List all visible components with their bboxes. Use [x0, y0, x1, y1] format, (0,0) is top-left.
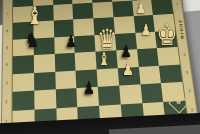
piece-white-bishop-e4[interactable]: ♝: [98, 49, 111, 67]
piece-white-pawn-f4[interactable]: ♟: [122, 60, 134, 77]
piece-white-pawn-g8[interactable]: ♟: [136, 2, 146, 17]
piece-white-king-h5[interactable]: ♚: [157, 20, 178, 50]
piece-white-pawn-g7[interactable]: ♟: [141, 24, 151, 39]
piece-black-pawn-c6[interactable]: ♟: [65, 34, 76, 50]
piece-black-knight-a6[interactable]: ♞: [25, 30, 39, 50]
chess-photo-scene: abcdefgh abcdefgh 87654321 87654321 ♚ ♝♟…: [0, 0, 200, 134]
piece-black-pawn-d3[interactable]: ♟: [83, 80, 95, 97]
piece-white-bishop-a8[interactable]: ♝: [27, 3, 44, 27]
